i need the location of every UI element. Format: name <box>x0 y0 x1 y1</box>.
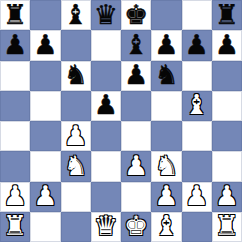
piece-white-pawn[interactable]: ♟ <box>33 182 57 209</box>
square-d5[interactable]: ♟ <box>91 91 121 121</box>
square-c5[interactable] <box>61 91 91 121</box>
square-e4[interactable] <box>121 121 151 151</box>
square-g8[interactable] <box>182 0 212 30</box>
square-b1[interactable] <box>30 212 60 242</box>
piece-black-queen[interactable]: ♛ <box>94 1 118 28</box>
square-c1[interactable] <box>61 212 91 242</box>
square-h6[interactable] <box>212 61 242 91</box>
square-h2[interactable]: ♟ <box>212 182 242 212</box>
square-f2[interactable]: ♟ <box>151 182 181 212</box>
piece-white-king[interactable]: ♚ <box>124 212 148 239</box>
square-g3[interactable] <box>182 151 212 181</box>
square-f5[interactable] <box>151 91 181 121</box>
square-b2[interactable]: ♟ <box>30 182 60 212</box>
square-c8[interactable]: ♝ <box>61 0 91 30</box>
piece-black-rook[interactable]: ♜ <box>215 1 239 28</box>
piece-white-queen[interactable]: ♛ <box>94 212 118 239</box>
piece-white-rook[interactable]: ♜ <box>3 212 27 239</box>
square-g5[interactable]: ♝ <box>182 91 212 121</box>
square-h8[interactable]: ♜ <box>212 0 242 30</box>
square-c6[interactable]: ♞ <box>61 61 91 91</box>
square-d1[interactable]: ♛ <box>91 212 121 242</box>
piece-white-pawn[interactable]: ♟ <box>64 122 88 149</box>
piece-white-knight[interactable]: ♞ <box>64 152 88 179</box>
square-d6[interactable] <box>91 61 121 91</box>
piece-black-bishop[interactable]: ♝ <box>64 1 88 28</box>
square-b3[interactable] <box>30 151 60 181</box>
square-a8[interactable]: ♜ <box>0 0 30 30</box>
piece-black-pawn[interactable]: ♟ <box>215 31 239 58</box>
piece-white-knight[interactable]: ♞ <box>154 152 178 179</box>
piece-black-king[interactable]: ♚ <box>124 1 148 28</box>
square-b8[interactable] <box>30 0 60 30</box>
piece-black-pawn[interactable]: ♟ <box>94 91 118 118</box>
square-f7[interactable]: ♟ <box>151 30 181 60</box>
piece-white-rook[interactable]: ♜ <box>215 212 239 239</box>
square-h1[interactable]: ♜ <box>212 212 242 242</box>
piece-white-pawn[interactable]: ♟ <box>124 152 148 179</box>
piece-black-pawn[interactable]: ♟ <box>154 31 178 58</box>
piece-white-pawn[interactable]: ♟ <box>154 182 178 209</box>
square-b4[interactable] <box>30 121 60 151</box>
piece-black-pawn[interactable]: ♟ <box>33 31 57 58</box>
square-d3[interactable] <box>91 151 121 181</box>
piece-white-pawn[interactable]: ♟ <box>215 182 239 209</box>
square-e8[interactable]: ♚ <box>121 0 151 30</box>
square-a5[interactable] <box>0 91 30 121</box>
square-c2[interactable] <box>61 182 91 212</box>
square-e6[interactable]: ♟ <box>121 61 151 91</box>
square-g4[interactable] <box>182 121 212 151</box>
square-g7[interactable]: ♟ <box>182 30 212 60</box>
square-a3[interactable] <box>0 151 30 181</box>
piece-black-knight[interactable]: ♞ <box>64 61 88 88</box>
square-g6[interactable] <box>182 61 212 91</box>
square-b7[interactable]: ♟ <box>30 30 60 60</box>
square-c7[interactable] <box>61 30 91 60</box>
square-a6[interactable] <box>0 61 30 91</box>
square-d7[interactable] <box>91 30 121 60</box>
square-h3[interactable] <box>212 151 242 181</box>
piece-white-bishop[interactable]: ♝ <box>154 212 178 239</box>
chess-board: ♜♝♛♚♜♟♟♝♟♟♟♞♟♞♟♝♟♞♟♞♟♟♟♟♟♜♛♚♝♜ <box>0 0 242 242</box>
square-h5[interactable] <box>212 91 242 121</box>
square-f6[interactable]: ♞ <box>151 61 181 91</box>
piece-black-knight[interactable]: ♞ <box>154 61 178 88</box>
piece-black-pawn[interactable]: ♟ <box>3 31 27 58</box>
square-g2[interactable]: ♟ <box>182 182 212 212</box>
square-h4[interactable] <box>212 121 242 151</box>
piece-white-pawn[interactable]: ♟ <box>3 182 27 209</box>
square-e5[interactable] <box>121 91 151 121</box>
piece-black-pawn[interactable]: ♟ <box>185 31 209 58</box>
square-e3[interactable]: ♟ <box>121 151 151 181</box>
square-e7[interactable]: ♝ <box>121 30 151 60</box>
square-d8[interactable]: ♛ <box>91 0 121 30</box>
piece-white-bishop[interactable]: ♝ <box>185 91 209 118</box>
piece-black-bishop[interactable]: ♝ <box>124 31 148 58</box>
square-h7[interactable]: ♟ <box>212 30 242 60</box>
square-a1[interactable]: ♜ <box>0 212 30 242</box>
square-b5[interactable] <box>30 91 60 121</box>
square-g1[interactable] <box>182 212 212 242</box>
square-e1[interactable]: ♚ <box>121 212 151 242</box>
square-e2[interactable] <box>121 182 151 212</box>
square-d2[interactable] <box>91 182 121 212</box>
square-c3[interactable]: ♞ <box>61 151 91 181</box>
square-a2[interactable]: ♟ <box>0 182 30 212</box>
square-d4[interactable] <box>91 121 121 151</box>
square-a7[interactable]: ♟ <box>0 30 30 60</box>
square-b6[interactable] <box>30 61 60 91</box>
piece-black-pawn[interactable]: ♟ <box>124 61 148 88</box>
piece-black-rook[interactable]: ♜ <box>3 1 27 28</box>
piece-white-pawn[interactable]: ♟ <box>185 182 209 209</box>
square-f4[interactable] <box>151 121 181 151</box>
square-f3[interactable]: ♞ <box>151 151 181 181</box>
square-c4[interactable]: ♟ <box>61 121 91 151</box>
square-a4[interactable] <box>0 121 30 151</box>
square-f1[interactable]: ♝ <box>151 212 181 242</box>
square-f8[interactable] <box>151 0 181 30</box>
